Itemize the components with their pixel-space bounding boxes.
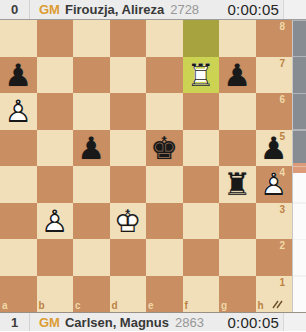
square-b6[interactable] xyxy=(37,93,74,130)
square-g4[interactable]: ♜ xyxy=(219,166,256,203)
square-a7[interactable]: ♟ xyxy=(0,57,37,94)
square-a2[interactable] xyxy=(0,239,37,276)
square-g7[interactable]: ♟ xyxy=(219,57,256,94)
square-b2[interactable] xyxy=(37,239,74,276)
square-g6[interactable] xyxy=(219,93,256,130)
white-rook[interactable]: ♜♖ xyxy=(183,57,220,94)
file-label-g: g xyxy=(221,301,227,311)
square-h4[interactable]: ♟♙4 xyxy=(256,166,293,203)
square-b8[interactable] xyxy=(37,20,74,57)
black-pawn[interactable]: ♟ xyxy=(219,57,256,94)
bottom-player-score: 1 xyxy=(0,313,30,331)
board-corner-handle-icon[interactable] xyxy=(272,300,284,309)
square-e3[interactable] xyxy=(146,203,183,240)
square-c3[interactable] xyxy=(73,203,110,240)
square-e8[interactable] xyxy=(146,20,183,57)
square-d2[interactable] xyxy=(110,239,147,276)
square-f6[interactable] xyxy=(183,93,220,130)
square-e4[interactable] xyxy=(146,166,183,203)
square-b5[interactable] xyxy=(37,130,74,167)
black-king[interactable]: ♚ xyxy=(146,130,183,167)
square-e7[interactable] xyxy=(146,57,183,94)
rank-label-7: 7 xyxy=(279,59,285,69)
rank-label-8: 8 xyxy=(279,22,285,32)
square-h3[interactable]: 3 xyxy=(256,203,293,240)
black-pawn[interactable]: ♟ xyxy=(256,130,293,167)
square-d7[interactable] xyxy=(110,57,147,94)
top-player-rating: 2728 xyxy=(170,2,199,17)
bottom-player-rating: 2863 xyxy=(175,315,204,330)
square-b1[interactable]: b xyxy=(37,276,74,313)
file-label-d: d xyxy=(112,301,118,311)
black-pawn[interactable]: ♟ xyxy=(0,57,37,94)
square-f4[interactable] xyxy=(183,166,220,203)
square-b4[interactable] xyxy=(37,166,74,203)
top-player-name: Firouzja, Alireza xyxy=(65,2,164,17)
square-h8[interactable]: 8 xyxy=(256,20,293,57)
top-player-clock: 0:00:05 xyxy=(228,1,279,18)
board-area: 8♟♜♖♟7♟♙6♟♚♟5♜♟♙4♟♙♚♔32abcdefg1h xyxy=(0,20,306,312)
square-g3[interactable] xyxy=(219,203,256,240)
square-a4[interactable] xyxy=(0,166,37,203)
square-f7[interactable]: ♜♖ xyxy=(183,57,220,94)
square-c5[interactable]: ♟ xyxy=(73,130,110,167)
white-pawn[interactable]: ♟♙ xyxy=(37,203,74,240)
bottom-player-name: Carlsen, Magnus xyxy=(65,315,169,330)
bottom-player-gm-title: GM xyxy=(39,315,60,330)
white-king[interactable]: ♚♔ xyxy=(110,203,147,240)
square-e6[interactable] xyxy=(146,93,183,130)
square-c6[interactable] xyxy=(73,93,110,130)
square-a3[interactable] xyxy=(0,203,37,240)
top-player-bar[interactable]: 0 GM Firouzja, Alireza 2728 0:00:05 xyxy=(0,0,306,20)
square-d3[interactable]: ♚♔ xyxy=(110,203,147,240)
rank-label-2: 2 xyxy=(279,241,285,251)
square-f5[interactable] xyxy=(183,130,220,167)
file-label-b: b xyxy=(39,301,45,311)
square-h2[interactable]: 2 xyxy=(256,239,293,276)
rank-label-3: 3 xyxy=(279,205,285,215)
top-bar-spacer xyxy=(283,0,306,19)
square-c7[interactable] xyxy=(73,57,110,94)
square-a6[interactable]: ♟♙ xyxy=(0,93,37,130)
file-label-c: c xyxy=(75,301,81,311)
top-player-score: 0 xyxy=(0,0,30,19)
square-a1[interactable]: a xyxy=(0,276,37,313)
square-g8[interactable] xyxy=(219,20,256,57)
square-h6[interactable]: 6 xyxy=(256,93,293,130)
square-b3[interactable]: ♟♙ xyxy=(37,203,74,240)
eval-tick-lines xyxy=(293,20,306,312)
file-label-h: h xyxy=(258,301,264,311)
square-a8[interactable] xyxy=(0,20,37,57)
square-f3[interactable] xyxy=(183,203,220,240)
white-pawn[interactable]: ♟♙ xyxy=(0,93,37,130)
square-g2[interactable] xyxy=(219,239,256,276)
file-label-f: f xyxy=(185,301,188,311)
square-d8[interactable] xyxy=(110,20,147,57)
square-g5[interactable] xyxy=(219,130,256,167)
square-d5[interactable] xyxy=(110,130,147,167)
square-d6[interactable] xyxy=(110,93,147,130)
black-pawn[interactable]: ♟ xyxy=(73,130,110,167)
square-g1[interactable]: g xyxy=(219,276,256,313)
rank-label-1: 1 xyxy=(279,278,285,288)
black-rook[interactable]: ♜ xyxy=(219,166,256,203)
bottom-bar-spacer xyxy=(283,313,306,331)
square-d1[interactable]: d xyxy=(110,276,147,313)
board[interactable]: 8♟♜♖♟7♟♙6♟♚♟5♜♟♙4♟♙♚♔32abcdefg1h xyxy=(0,20,292,312)
evaluation-bar xyxy=(292,20,306,312)
square-e5[interactable]: ♚ xyxy=(146,130,183,167)
square-e1[interactable]: e xyxy=(146,276,183,313)
square-e2[interactable] xyxy=(146,239,183,276)
square-b7[interactable] xyxy=(37,57,74,94)
white-pawn[interactable]: ♟♙ xyxy=(256,166,293,203)
square-c2[interactable] xyxy=(73,239,110,276)
square-f8[interactable] xyxy=(183,20,220,57)
square-c1[interactable]: c xyxy=(73,276,110,313)
bottom-player-bar[interactable]: 1 GM Carlsen, Magnus 2863 0:00:05 xyxy=(0,312,306,331)
top-player-gm-title: GM xyxy=(39,2,60,17)
square-d4[interactable] xyxy=(110,166,147,203)
file-label-e: e xyxy=(148,301,154,311)
square-f1[interactable]: f xyxy=(183,276,220,313)
square-f2[interactable] xyxy=(183,239,220,276)
square-h7[interactable]: 7 xyxy=(256,57,293,94)
chess-broadcast-panel: 0 GM Firouzja, Alireza 2728 0:00:05 8♟♜♖… xyxy=(0,0,306,332)
rank-label-6: 6 xyxy=(279,95,285,105)
square-a5[interactable] xyxy=(0,130,37,167)
square-c8[interactable] xyxy=(73,20,110,57)
square-c4[interactable] xyxy=(73,166,110,203)
bottom-player-clock: 0:00:05 xyxy=(228,314,279,331)
file-label-a: a xyxy=(2,301,8,311)
square-h5[interactable]: ♟5 xyxy=(256,130,293,167)
square-h1[interactable]: 1h xyxy=(256,276,293,313)
